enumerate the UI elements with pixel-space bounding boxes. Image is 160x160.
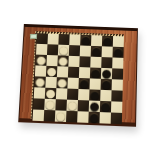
black-checker-piece: ● (91, 45, 101, 56)
board-square-f4 (89, 78, 100, 89)
white-checker-piece: ● (58, 55, 68, 66)
white-checker-piece: ● (47, 65, 57, 76)
board-square-b1 (44, 110, 56, 122)
board-square-h1 (111, 113, 122, 125)
board-square-f2: ● (89, 100, 100, 112)
white-checker-piece: ● (35, 76, 45, 87)
board-square-g8: ● (102, 36, 113, 47)
board-square-h2 (111, 101, 122, 113)
board-square-f1: ● (88, 112, 100, 124)
board-square-b6 (46, 55, 57, 66)
board-square-c2 (55, 99, 67, 111)
board-square-a5 (35, 65, 47, 76)
white-checker-piece: ● (45, 98, 55, 110)
board-square-g6 (101, 57, 112, 68)
black-checker-piece: ● (101, 78, 111, 89)
board-square-c4: ● (56, 77, 68, 88)
black-checker-piece: ● (81, 34, 91, 45)
board-square-h6 (112, 57, 123, 68)
board-square-c8 (58, 34, 69, 45)
board-square-a4: ● (34, 76, 46, 87)
black-checker-piece: ● (91, 67, 101, 78)
board-square-g3 (100, 90, 111, 102)
board-square-e8: ● (80, 35, 91, 46)
white-checker-piece: ● (56, 110, 66, 122)
checkers-board: ●●●●●●●●●●●●●●●●●●●●●● (33, 33, 124, 120)
board-square-f7: ● (91, 46, 102, 57)
board-square-d7 (69, 45, 80, 56)
white-checker-piece: ● (57, 77, 67, 88)
board-square-e7 (80, 45, 91, 56)
board-square-g2: ● (100, 101, 111, 113)
board-square-e1 (77, 111, 89, 123)
board-square-e6 (79, 56, 90, 67)
board-square-b7 (47, 44, 58, 55)
board-square-e4: ● (78, 78, 89, 89)
board-square-c7: ● (58, 45, 69, 56)
black-checker-piece: ● (113, 46, 123, 57)
board-square-b8 (47, 34, 58, 45)
board-square-f8 (91, 35, 102, 46)
board-square-c3 (56, 88, 68, 99)
board-square-g5: ● (101, 68, 112, 79)
board-square-d8 (69, 34, 80, 45)
board-square-a7 (36, 44, 47, 55)
board-square-h7: ● (112, 47, 123, 58)
black-checker-piece: ● (101, 100, 111, 112)
board-square-d3 (67, 89, 79, 100)
board-square-a6: ● (35, 55, 46, 66)
board-square-g7 (102, 46, 113, 57)
board-square-g4: ● (101, 79, 112, 90)
board-square-a1 (33, 109, 45, 121)
board-square-b4 (45, 77, 57, 88)
black-checker-piece: ● (103, 35, 113, 46)
board-square-d1 (66, 111, 78, 123)
white-checker-piece: ● (36, 54, 46, 65)
board-square-b2: ● (44, 99, 56, 111)
board-square-d2: ● (66, 100, 78, 112)
board-square-c6: ● (57, 55, 68, 66)
white-checker-piece: ● (67, 99, 77, 111)
white-checker-piece: ● (59, 44, 69, 55)
board-square-d5 (68, 67, 79, 78)
black-checker-piece: ● (102, 67, 112, 78)
board-square-b3: ● (45, 88, 57, 99)
black-checker-piece: ● (79, 78, 89, 89)
inlay-trim: ●●●●●●●●●●●●●●●●●●●●●● (31, 31, 124, 122)
board-square-f3: ● (89, 89, 100, 101)
board-square-d4 (67, 78, 78, 89)
board-square-d6 (68, 56, 79, 67)
board-square-a3 (34, 87, 46, 98)
board-square-c1: ● (55, 110, 67, 122)
board-square-f5: ● (90, 67, 101, 78)
black-checker-piece: ● (90, 89, 100, 100)
board-square-c5 (57, 66, 68, 77)
board-square-h4 (112, 79, 123, 90)
board-square-b5: ● (46, 66, 57, 77)
checkers-board-frame: ●●●●●●●●●●●●●●●●●●●●●● (18, 24, 138, 127)
board-square-e2 (78, 100, 90, 112)
board-square-f6 (90, 57, 101, 68)
board-square-g1 (99, 112, 110, 124)
black-checker-piece: ● (89, 111, 99, 123)
black-checker-piece: ● (89, 100, 99, 112)
board-square-e5 (79, 67, 90, 78)
board-square-e3 (78, 89, 89, 101)
white-checker-piece: ● (45, 87, 55, 98)
board-square-h8 (113, 36, 124, 47)
board-square-a2 (33, 98, 45, 110)
board-square-h5 (112, 68, 123, 79)
board-square-h3 (111, 90, 122, 102)
board-photo: ●●●●●●●●●●●●●●●●●●●●●● (0, 0, 160, 160)
board-square-a8 (37, 33, 48, 44)
